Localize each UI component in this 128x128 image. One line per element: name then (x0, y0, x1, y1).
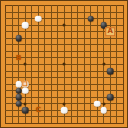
grid-line-vertical (84, 5, 85, 124)
go-board[interactable]: ABC (0, 0, 128, 128)
grid-line-horizontal (5, 123, 124, 124)
hoshi-point (63, 63, 66, 66)
white-stone (22, 22, 29, 29)
black-stone (87, 15, 94, 22)
grid-line-vertical (110, 5, 111, 124)
hoshi-point (63, 24, 66, 27)
hoshi-point (63, 102, 66, 105)
white-stone (94, 100, 101, 107)
black-stone (15, 100, 22, 107)
answer-label-A[interactable]: A (106, 27, 116, 37)
black-stone (22, 107, 29, 114)
answer-label-B[interactable]: B (16, 54, 21, 61)
white-stone (35, 15, 42, 22)
grid-line-vertical (90, 5, 91, 124)
answer-label-C[interactable]: C (36, 107, 41, 114)
grid-line-vertical (77, 5, 78, 124)
grid-line-horizontal (5, 77, 124, 78)
hoshi-point (24, 63, 27, 66)
white-stone (61, 107, 68, 114)
grid-line-vertical (71, 5, 72, 124)
black-stone (107, 68, 114, 75)
hoshi-point (102, 102, 105, 105)
white-stone (22, 87, 29, 94)
grid-line-vertical (116, 5, 117, 124)
hoshi-point (102, 63, 105, 66)
last-move-square-mark (23, 82, 28, 87)
black-stone (15, 35, 22, 42)
white-stone (100, 107, 107, 114)
grid-line-horizontal (5, 116, 124, 117)
grid-line-vertical (123, 5, 124, 124)
hoshi-point (24, 102, 27, 105)
black-stone (107, 94, 114, 101)
